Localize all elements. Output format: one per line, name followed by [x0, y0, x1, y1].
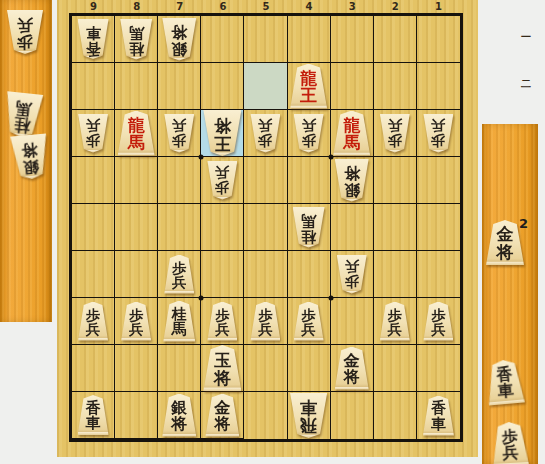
- piece-kanji: 兵: [172, 275, 186, 290]
- piece-face: 銀将: [162, 394, 196, 437]
- piece-face: 龍馬: [333, 111, 370, 156]
- piece-face: 王将: [203, 110, 241, 156]
- piece-kanji: 歩: [86, 134, 100, 149]
- piece-kanji: 兵: [86, 322, 100, 337]
- piece-face: 歩兵: [337, 255, 367, 294]
- piece-kanji: 兵: [345, 261, 359, 276]
- square-3-7[interactable]: [331, 298, 374, 345]
- gote-hand-stand[interactable]: 歩兵桂馬銀将: [0, 0, 52, 322]
- piece-kanji: 将: [497, 244, 514, 262]
- piece-face: 銀将: [10, 134, 50, 181]
- piece-kanji: 歩: [431, 134, 445, 149]
- piece-face: 歩兵: [250, 302, 280, 341]
- piece-kanji: 歩: [388, 134, 402, 149]
- piece-pawn-sente[interactable]: 歩兵: [78, 302, 108, 341]
- square-1-8[interactable]: [417, 345, 460, 392]
- square-4-1[interactable]: [288, 16, 331, 63]
- square-1-5[interactable]: [417, 204, 460, 251]
- rank-label-2: 二: [518, 60, 534, 107]
- piece-face: 歩兵: [207, 161, 237, 200]
- square-3-6[interactable]: 歩兵: [331, 251, 374, 298]
- piece-kanji: 桂: [129, 40, 144, 56]
- piece-face: 歩兵: [164, 255, 194, 294]
- file-labels: 987654321: [72, 1, 460, 12]
- star-point: [199, 155, 204, 160]
- piece-face: 歩兵: [380, 302, 410, 341]
- square-6-9[interactable]: 金将: [201, 392, 244, 439]
- square-2-3[interactable]: 歩兵: [374, 110, 417, 157]
- piece-kanji: 将: [344, 165, 360, 182]
- piece-kanji: 銀: [344, 181, 360, 198]
- piece-kanji: 兵: [215, 322, 229, 337]
- piece-kanji: 将: [171, 416, 187, 433]
- piece-face: 桂馬: [3, 91, 43, 139]
- square-1-7[interactable]: 歩兵: [417, 298, 460, 345]
- piece-kanji: 王: [214, 135, 231, 153]
- piece-face: 龍王: [290, 64, 327, 109]
- square-3-3[interactable]: 龍馬: [331, 110, 374, 157]
- square-5-4[interactable]: [244, 157, 287, 204]
- square-1-2[interactable]: [417, 63, 460, 110]
- square-3-8[interactable]: 金将: [331, 345, 374, 392]
- square-6-3[interactable]: 王将: [201, 110, 244, 157]
- piece-kanji: 歩: [172, 134, 186, 149]
- piece-king-gote[interactable]: 王将: [203, 110, 241, 156]
- square-1-9[interactable]: 香車: [417, 392, 460, 439]
- piece-kanji: 兵: [86, 120, 100, 135]
- piece-gold-sente[interactable]: 金将: [335, 347, 369, 390]
- piece-kanji: 車: [86, 25, 101, 41]
- square-4-7[interactable]: 歩兵: [288, 298, 331, 345]
- piece-kanji: 馬: [343, 134, 360, 152]
- piece-kanji: 兵: [431, 322, 445, 337]
- piece-face: 桂馬: [120, 19, 152, 60]
- piece-kanji: 歩: [172, 261, 186, 276]
- piece-knight-gote[interactable]: 桂馬: [120, 19, 152, 60]
- file-label-5: 5: [244, 1, 287, 12]
- piece-pawn-sente[interactable]: 歩兵: [250, 302, 280, 341]
- piece-pawn-sente[interactable]: 歩兵: [380, 302, 410, 341]
- shogi-board: 987654321 一二三四五六七八九 香車桂馬銀将龍王歩兵龍馬歩兵王将歩兵歩兵…: [57, 0, 478, 457]
- piece-kanji: 銀: [171, 40, 187, 57]
- piece-kanji: 歩: [431, 308, 445, 323]
- piece-knight-gote[interactable]: 桂馬: [3, 91, 43, 139]
- square-1-3[interactable]: 歩兵: [417, 110, 460, 157]
- piece-kanji: 兵: [502, 445, 519, 462]
- square-2-5[interactable]: [374, 204, 417, 251]
- piece-face: 歩兵: [423, 302, 453, 341]
- piece-pawn-gote[interactable]: 歩兵: [78, 114, 108, 153]
- piece-face: 歩兵: [207, 302, 237, 341]
- star-point: [199, 296, 204, 301]
- piece-face: 銀将: [162, 18, 196, 61]
- square-6-4[interactable]: 歩兵: [201, 157, 244, 204]
- piece-kanji: 歩: [17, 33, 33, 50]
- piece-kanji: 歩: [215, 308, 229, 323]
- square-7-2[interactable]: [158, 63, 201, 110]
- square-5-6[interactable]: [244, 251, 287, 298]
- piece-kanji: 歩: [129, 308, 143, 323]
- piece-kanji: 将: [21, 141, 38, 159]
- piece-face: 歩兵: [121, 302, 151, 341]
- square-2-8[interactable]: [374, 345, 417, 392]
- piece-lance-sente[interactable]: 香車: [485, 359, 525, 406]
- file-label-6: 6: [201, 1, 244, 12]
- piece-pawn-gote[interactable]: 歩兵: [7, 10, 43, 54]
- piece-kanji: 飛: [300, 417, 317, 435]
- square-4-4[interactable]: [288, 157, 331, 204]
- square-6-8[interactable]: 玉将: [201, 345, 244, 392]
- piece-kanji: 歩: [258, 134, 272, 149]
- file-label-9: 9: [72, 1, 115, 12]
- square-8-2[interactable]: [115, 63, 158, 110]
- piece-kanji: 馬: [301, 213, 316, 229]
- square-4-6[interactable]: [288, 251, 331, 298]
- piece-kanji: 兵: [302, 120, 316, 135]
- piece-face: 歩兵: [164, 114, 194, 153]
- piece-pawn-gote[interactable]: 歩兵: [337, 255, 367, 294]
- star-point: [328, 296, 333, 301]
- piece-kanji: 馬: [172, 322, 187, 338]
- piece-pawn-gote[interactable]: 歩兵: [164, 114, 194, 153]
- piece-kanji: 歩: [302, 134, 316, 149]
- piece-kanji: 歩: [215, 181, 229, 196]
- piece-pawn-gote[interactable]: 歩兵: [207, 161, 237, 200]
- board-grid: 香車桂馬銀将龍王歩兵龍馬歩兵王将歩兵歩兵龍馬歩兵歩兵歩兵銀将桂馬歩兵歩兵歩兵歩兵…: [69, 13, 463, 442]
- square-9-2[interactable]: [72, 63, 115, 110]
- square-2-4[interactable]: [374, 157, 417, 204]
- square-7-5[interactable]: [158, 204, 201, 251]
- piece-face: 歩兵: [380, 114, 410, 153]
- piece-kanji: 歩: [86, 308, 100, 323]
- square-9-3[interactable]: 歩兵: [72, 110, 115, 157]
- piece-kanji: 兵: [172, 120, 186, 135]
- square-1-6[interactable]: [417, 251, 460, 298]
- piece-kanji: 歩: [345, 275, 359, 290]
- square-6-5[interactable]: [201, 204, 244, 251]
- piece-face: 香車: [423, 396, 454, 436]
- piece-kanji: 車: [497, 383, 514, 401]
- piece-kanji: 歩: [258, 308, 272, 323]
- square-8-5[interactable]: [115, 204, 158, 251]
- square-7-3[interactable]: 歩兵: [158, 110, 201, 157]
- piece-kanji: 将: [214, 370, 231, 388]
- piece-face: 銀将: [335, 159, 369, 202]
- square-8-1[interactable]: 桂馬: [115, 16, 158, 63]
- square-8-3[interactable]: 龍馬: [115, 110, 158, 157]
- piece-kanji: 桂: [301, 228, 316, 244]
- file-label-7: 7: [158, 1, 201, 12]
- shogi-app: 歩兵桂馬銀将 987654321 一二三四五六七八九 香車桂馬銀将龍王歩兵龍馬歩…: [0, 0, 545, 464]
- piece-lance-gote[interactable]: 香車: [78, 19, 109, 59]
- piece-kanji: 王: [300, 87, 317, 105]
- square-9-5[interactable]: [72, 204, 115, 251]
- square-2-7[interactable]: 歩兵: [374, 298, 417, 345]
- rank-label-1: 一: [518, 13, 534, 60]
- file-label-8: 8: [115, 1, 158, 12]
- piece-face: 歩兵: [491, 421, 529, 464]
- piece-kanji: 馬: [128, 134, 145, 152]
- piece-face: 飛車: [290, 393, 327, 438]
- piece-silver-gote[interactable]: 銀将: [162, 18, 196, 61]
- piece-face: 香車: [78, 19, 109, 59]
- piece-kanji: 兵: [431, 120, 445, 135]
- piece-dragon-horse-sente[interactable]: 龍馬: [333, 111, 370, 156]
- piece-silver-gote[interactable]: 銀将: [10, 134, 50, 181]
- piece-kanji: 馬: [15, 99, 33, 117]
- piece-knight-sente[interactable]: 桂馬: [163, 301, 195, 342]
- piece-kanji: 将: [214, 416, 230, 433]
- piece-rook-gote[interactable]: 飛車: [290, 393, 327, 438]
- square-3-1[interactable]: [331, 16, 374, 63]
- file-label-1: 1: [417, 1, 460, 12]
- square-7-7[interactable]: 桂馬: [158, 298, 201, 345]
- square-4-8[interactable]: [288, 345, 331, 392]
- square-5-3[interactable]: 歩兵: [244, 110, 287, 157]
- square-3-2[interactable]: [331, 63, 374, 110]
- square-9-4[interactable]: [72, 157, 115, 204]
- piece-pawn-sente[interactable]: 歩兵: [121, 302, 151, 341]
- piece-pawn-gote[interactable]: 歩兵: [294, 114, 324, 153]
- square-3-5[interactable]: [331, 204, 374, 251]
- square-6-2[interactable]: [201, 63, 244, 110]
- square-2-9[interactable]: [374, 392, 417, 439]
- square-8-6[interactable]: [115, 251, 158, 298]
- piece-face: 歩兵: [423, 114, 453, 153]
- square-7-4[interactable]: [158, 157, 201, 204]
- square-4-9[interactable]: 飛車: [288, 392, 331, 439]
- piece-kanji: 兵: [258, 120, 272, 135]
- piece-kanji: 兵: [388, 322, 402, 337]
- piece-lance-sente[interactable]: 香車: [78, 395, 109, 435]
- piece-kanji: 兵: [17, 17, 33, 34]
- piece-pawn-sente[interactable]: 歩兵: [491, 421, 529, 464]
- piece-face: 桂馬: [163, 301, 195, 342]
- square-5-8[interactable]: [244, 345, 287, 392]
- piece-kanji: 将: [344, 369, 360, 386]
- star-point: [328, 155, 333, 160]
- piece-kanji: 将: [214, 117, 231, 135]
- piece-gold-sente[interactable]: 金将: [205, 394, 239, 437]
- piece-pawn-sente[interactable]: 歩兵: [164, 255, 194, 294]
- piece-face: 香車: [485, 359, 525, 406]
- piece-silver-sente[interactable]: 銀将: [162, 394, 196, 437]
- piece-face: 歩兵: [78, 302, 108, 341]
- square-2-1[interactable]: [374, 16, 417, 63]
- piece-kanji: 香: [86, 40, 101, 56]
- piece-kanji: 兵: [258, 322, 272, 337]
- piece-face: 金将: [205, 394, 239, 437]
- hand-count-gold: 2: [519, 216, 528, 231]
- piece-kanji: 歩: [302, 308, 316, 323]
- piece-kanji: 馬: [129, 25, 144, 41]
- square-5-5[interactable]: [244, 204, 287, 251]
- square-8-9[interactable]: [115, 392, 158, 439]
- square-2-2[interactable]: [374, 63, 417, 110]
- piece-kanji: 兵: [388, 120, 402, 135]
- piece-silver-gote[interactable]: 銀将: [335, 159, 369, 202]
- piece-pawn-sente[interactable]: 歩兵: [294, 302, 324, 341]
- square-3-9[interactable]: [331, 392, 374, 439]
- file-label-3: 3: [331, 1, 374, 12]
- square-8-8[interactable]: [115, 345, 158, 392]
- file-label-2: 2: [374, 1, 417, 12]
- piece-kanji: 車: [300, 399, 317, 417]
- piece-face: 歩兵: [294, 114, 324, 153]
- piece-face: 龍馬: [118, 111, 155, 156]
- piece-pawn-sente[interactable]: 歩兵: [207, 302, 237, 341]
- square-7-6[interactable]: 歩兵: [158, 251, 201, 298]
- square-4-3[interactable]: 歩兵: [288, 110, 331, 157]
- square-7-8[interactable]: [158, 345, 201, 392]
- square-9-8[interactable]: [72, 345, 115, 392]
- square-9-6[interactable]: [72, 251, 115, 298]
- square-4-5[interactable]: 桂馬: [288, 204, 331, 251]
- square-7-9[interactable]: 銀将: [158, 392, 201, 439]
- piece-kanji: 将: [171, 24, 187, 41]
- square-1-4[interactable]: [417, 157, 460, 204]
- piece-face: 香車: [78, 395, 109, 435]
- piece-king-sente[interactable]: 玉将: [203, 345, 241, 391]
- piece-pawn-gote[interactable]: 歩兵: [380, 114, 410, 153]
- piece-kanji: 兵: [129, 322, 143, 337]
- square-7-1[interactable]: 銀将: [158, 16, 201, 63]
- square-6-6[interactable]: [201, 251, 244, 298]
- square-3-4[interactable]: 銀将: [331, 157, 374, 204]
- piece-face: 歩兵: [294, 302, 324, 341]
- piece-kanji: 車: [431, 417, 446, 433]
- piece-kanji: 歩: [388, 308, 402, 323]
- piece-pawn-gote[interactable]: 歩兵: [423, 114, 453, 153]
- piece-dragon-horse-sente[interactable]: 龍馬: [118, 111, 155, 156]
- square-5-1[interactable]: [244, 16, 287, 63]
- piece-face: 金将: [335, 347, 369, 390]
- piece-pawn-sente[interactable]: 歩兵: [423, 302, 453, 341]
- piece-knight-gote[interactable]: 桂馬: [293, 207, 325, 248]
- piece-lance-sente[interactable]: 香車: [423, 396, 454, 436]
- piece-face: 桂馬: [293, 207, 325, 248]
- piece-kanji: 兵: [215, 167, 229, 182]
- piece-kanji: 玉: [214, 352, 231, 370]
- square-5-2[interactable]: [244, 63, 287, 110]
- square-8-4[interactable]: [115, 157, 158, 204]
- sente-hand-stand[interactable]: 金将2香車歩兵: [482, 124, 538, 464]
- piece-kanji: 車: [86, 416, 101, 432]
- piece-face: 歩兵: [7, 10, 43, 54]
- piece-face: 歩兵: [78, 114, 108, 153]
- square-2-6[interactable]: [374, 251, 417, 298]
- square-8-7[interactable]: 歩兵: [115, 298, 158, 345]
- square-9-1[interactable]: 香車: [72, 16, 115, 63]
- file-label-4: 4: [288, 1, 331, 12]
- square-1-1[interactable]: [417, 16, 460, 63]
- square-9-7[interactable]: 歩兵: [72, 298, 115, 345]
- piece-dragon-king-sente[interactable]: 龍王: [290, 64, 327, 109]
- square-9-9[interactable]: 香車: [72, 392, 115, 439]
- square-6-1[interactable]: [201, 16, 244, 63]
- piece-face: 歩兵: [250, 114, 280, 153]
- piece-kanji: 兵: [302, 322, 316, 337]
- square-4-2[interactable]: 龍王: [288, 63, 331, 110]
- piece-pawn-gote[interactable]: 歩兵: [250, 114, 280, 153]
- square-5-7[interactable]: 歩兵: [244, 298, 287, 345]
- square-6-7[interactable]: 歩兵: [201, 298, 244, 345]
- piece-face: 玉将: [203, 345, 241, 391]
- square-5-9[interactable]: [244, 392, 287, 439]
